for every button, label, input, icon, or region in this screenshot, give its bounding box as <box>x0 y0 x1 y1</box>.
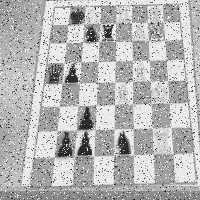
square-h3[interactable] <box>170 103 191 128</box>
square-b5[interactable]: ♟ <box>62 62 81 84</box>
board-photo: ◈ ♚♘♖♕♞♜♘♙♙♛♟♗♗♔♟♟♟♞♖ <box>0 0 200 200</box>
chess-board[interactable]: ◈ ♚♘♖♕♞♜♘♙♙♛♟♗♗♔♟♟♟♞♖ <box>31 5 196 187</box>
square-d3[interactable] <box>96 105 115 130</box>
square-c2[interactable]: ♟ <box>75 130 96 157</box>
piece-white-bishop[interactable]: ♗ <box>132 59 152 85</box>
square-d2[interactable] <box>94 129 114 156</box>
square-d5[interactable] <box>98 62 116 83</box>
square-g4[interactable]: ♔ <box>151 81 170 104</box>
piece-white-bishop[interactable]: ♗ <box>114 80 134 108</box>
piece-black-pawn[interactable]: ♟ <box>61 61 82 87</box>
square-h8[interactable] <box>163 5 180 22</box>
square-h1[interactable] <box>173 154 196 183</box>
square-h6[interactable] <box>165 40 183 60</box>
square-d7[interactable]: ♜ <box>100 24 117 43</box>
square-c5[interactable] <box>80 62 99 84</box>
square-f5[interactable]: ♗ <box>133 61 151 82</box>
square-f1[interactable] <box>134 155 155 184</box>
piece-black-pawn[interactable]: ♟ <box>73 128 96 161</box>
manufacturer-stamp-icon: ◈ <box>174 132 185 151</box>
table-edge <box>0 191 200 200</box>
square-h7[interactable] <box>164 22 182 41</box>
piece-white-king[interactable]: ♔ <box>150 79 171 107</box>
square-e2[interactable]: ♞ <box>114 129 134 156</box>
piece-white-pawn[interactable]: ♙ <box>147 21 166 44</box>
square-d4[interactable] <box>97 83 116 106</box>
square-h5[interactable] <box>167 60 186 81</box>
square-g2[interactable]: ♖ <box>153 128 174 155</box>
square-d1[interactable] <box>93 156 114 185</box>
square-f3[interactable] <box>133 104 152 129</box>
square-f2[interactable] <box>134 128 154 155</box>
square-h4[interactable] <box>168 81 188 104</box>
square-g7[interactable]: ♙ <box>148 22 165 41</box>
piece-black-knight[interactable]: ♞ <box>113 127 135 160</box>
square-e4[interactable]: ♗ <box>115 82 133 105</box>
square-f7[interactable]: ♙ <box>132 23 149 42</box>
square-e7[interactable]: ♘ <box>116 23 132 42</box>
piece-white-rook[interactable]: ♖ <box>152 126 175 159</box>
